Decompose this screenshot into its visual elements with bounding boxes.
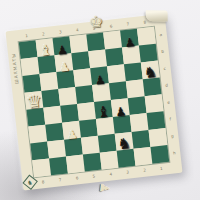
square-r0c4[interactable] — [86, 33, 105, 52]
square-r3c0[interactable]: ♛ — [25, 91, 44, 110]
black-pawn[interactable]: ♟ — [115, 105, 127, 118]
square-r5c3[interactable] — [79, 119, 98, 138]
coord-label: 4 — [102, 171, 119, 178]
coord-label: b — [159, 43, 167, 61]
white-queen[interactable]: ♛ — [25, 92, 43, 112]
square-r1c7[interactable] — [139, 44, 158, 63]
board-grid: ♝♟♟♟♟♞♛♝♟♟♞ — [19, 27, 170, 178]
coord-label: 3 — [52, 28, 69, 35]
coord-label: 2 — [136, 167, 153, 174]
square-r4c5[interactable]: ♟ — [111, 98, 130, 117]
square-r6c4[interactable] — [98, 134, 117, 153]
square-r0c2[interactable]: ♟ — [53, 36, 72, 55]
black-pawn[interactable]: ♟ — [94, 74, 106, 87]
square-r7c2[interactable] — [66, 155, 85, 174]
square-r2c5[interactable] — [107, 64, 126, 83]
square-r7c0[interactable] — [32, 158, 51, 177]
square-r6c6[interactable] — [132, 130, 151, 149]
square-r6c7[interactable] — [149, 128, 168, 147]
square-r7c7[interactable] — [150, 145, 169, 164]
square-r4c6[interactable] — [128, 96, 147, 115]
square-r4c4[interactable]: ♝ — [94, 100, 113, 119]
square-r7c6[interactable] — [134, 147, 153, 166]
square-r1c0[interactable] — [21, 57, 40, 76]
square-r6c1[interactable] — [47, 140, 66, 159]
square-r3c5[interactable] — [109, 81, 128, 100]
square-r0c0[interactable] — [19, 40, 38, 59]
coord-label: d — [163, 76, 171, 94]
square-r6c0[interactable] — [30, 142, 49, 161]
black-bishop[interactable]: ♝ — [96, 104, 111, 120]
black-knight[interactable]: ♞ — [117, 136, 132, 152]
square-r7c3[interactable] — [83, 153, 102, 172]
black-knight[interactable]: ♞ — [143, 65, 158, 81]
square-r5c6[interactable] — [130, 113, 149, 132]
white-king-on-border[interactable]: ♚ — [88, 13, 104, 31]
coord-label: f — [166, 110, 174, 128]
square-r2c7[interactable]: ♞ — [141, 61, 160, 80]
chess-mat: 12345678 87654321 abcdefgh ШАХМАТЫ ♞ ♝♟♟… — [5, 13, 182, 190]
square-r0c1[interactable]: ♝ — [36, 38, 55, 57]
square-r5c1[interactable] — [45, 123, 64, 142]
coord-label: 3 — [119, 169, 136, 176]
square-r6c5[interactable]: ♞ — [115, 132, 134, 151]
coord-label: 7 — [51, 176, 68, 183]
square-r1c3[interactable] — [71, 51, 90, 70]
coord-label: 2 — [35, 30, 52, 37]
square-r7c1[interactable] — [49, 157, 68, 176]
corner-curl — [146, 10, 168, 21]
coord-label: e — [165, 93, 173, 111]
white-bishop[interactable]: ♝ — [38, 42, 53, 58]
white-pawn[interactable]: ♟ — [58, 61, 70, 74]
knight-icon: ♞ — [27, 179, 33, 186]
coord-label: 6 — [68, 174, 85, 181]
coord-label: 4 — [69, 26, 86, 33]
square-r5c2[interactable]: ♟ — [62, 121, 81, 140]
fallen-white-pawn[interactable]: ♟ — [98, 182, 111, 194]
square-r0c7[interactable] — [137, 27, 156, 46]
square-r2c3[interactable] — [73, 68, 92, 87]
square-r0c5[interactable] — [103, 31, 122, 50]
coord-label: c — [161, 60, 169, 78]
square-r2c1[interactable] — [39, 72, 58, 91]
coord-label: a — [157, 26, 165, 44]
square-r0c3[interactable] — [69, 34, 88, 53]
square-r3c2[interactable] — [58, 87, 77, 106]
square-r1c4[interactable] — [88, 49, 107, 68]
white-pawn[interactable]: ♟ — [66, 128, 78, 141]
black-pawn[interactable]: ♟ — [56, 44, 68, 57]
square-r4c7[interactable] — [145, 94, 164, 113]
square-r6c3[interactable] — [81, 136, 100, 155]
square-r3c6[interactable] — [126, 79, 145, 98]
black-pawn[interactable]: ♟ — [124, 36, 136, 49]
coord-label: 7 — [119, 21, 136, 28]
square-r1c5[interactable] — [105, 47, 124, 66]
square-r5c0[interactable] — [28, 125, 47, 144]
brand-text: ШАХМАТЫ — [11, 53, 20, 85]
square-r2c6[interactable] — [124, 62, 143, 81]
square-r5c7[interactable] — [147, 111, 166, 130]
square-r4c2[interactable] — [60, 104, 79, 123]
square-r3c3[interactable] — [75, 85, 94, 104]
square-r4c3[interactable] — [77, 102, 96, 121]
coord-label: 1 — [153, 165, 170, 172]
coord-label: 1 — [18, 32, 35, 39]
coord-label: 6 — [102, 23, 119, 30]
photo-scene: 12345678 87654321 abcdefgh ШАХМАТЫ ♞ ♝♟♟… — [0, 0, 200, 200]
square-r3c1[interactable] — [41, 89, 60, 108]
square-r0c6[interactable]: ♟ — [120, 29, 139, 48]
square-r7c4[interactable] — [100, 151, 119, 170]
coord-label: 5 — [85, 173, 102, 180]
square-r2c4[interactable]: ♟ — [90, 66, 109, 85]
coord-label: g — [168, 127, 176, 145]
coord-label: h — [170, 144, 178, 162]
square-r4c1[interactable] — [43, 106, 62, 125]
